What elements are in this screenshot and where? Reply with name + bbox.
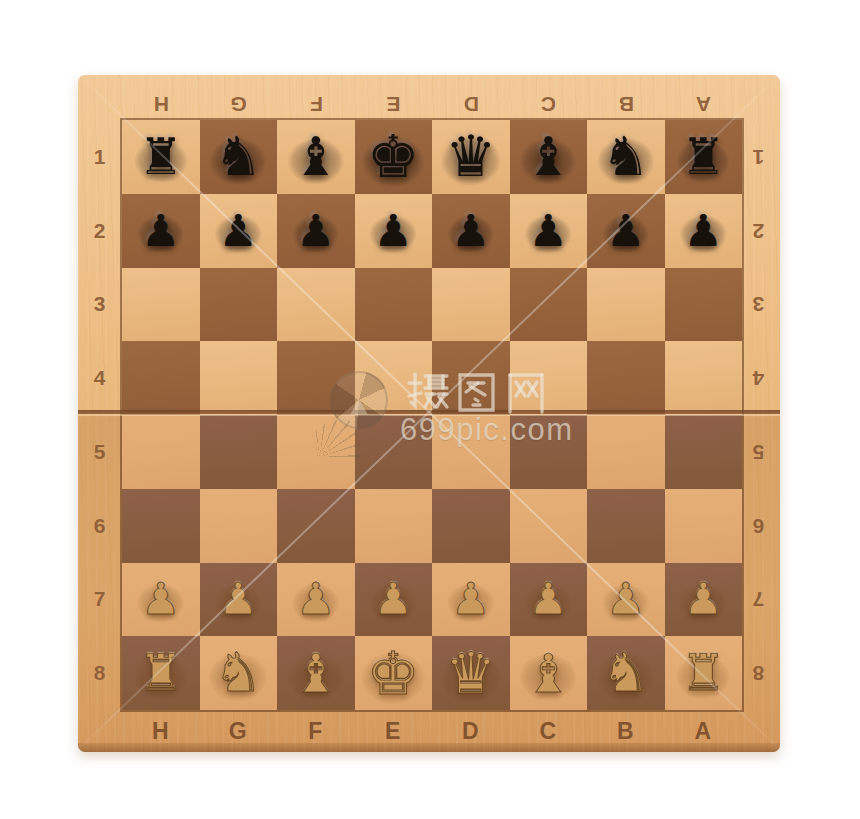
square-a1[interactable]: ♜: [665, 120, 743, 194]
file-label-bottom-b: B: [617, 718, 635, 745]
white-bishop[interactable]: ♝: [292, 647, 340, 700]
file-label-bottom-h: H: [152, 718, 170, 745]
black-bishop[interactable]: ♝: [524, 130, 572, 183]
rank-label-left-1: 1: [94, 145, 107, 169]
white-pawn[interactable]: ♟: [141, 577, 180, 621]
square-g6[interactable]: [200, 489, 278, 563]
black-pawn[interactable]: ♟: [141, 209, 180, 253]
square-b3[interactable]: [587, 268, 665, 342]
file-label-bottom-d: D: [462, 718, 480, 745]
white-king[interactable]: ♚: [367, 644, 420, 703]
file-label-bottom-c: C: [539, 718, 557, 745]
file-label-bottom-f: F: [308, 718, 323, 745]
square-e7[interactable]: ♟: [355, 563, 433, 637]
square-a3[interactable]: [665, 268, 743, 342]
white-knight[interactable]: ♞: [602, 646, 650, 700]
square-d7[interactable]: ♟: [432, 563, 510, 637]
square-c7[interactable]: ♟: [510, 563, 588, 637]
rank-label-left-5: 5: [94, 440, 107, 464]
rank-label-left-7: 7: [94, 587, 107, 611]
square-h8[interactable]: ♜: [122, 636, 200, 710]
square-c8[interactable]: ♝: [510, 636, 588, 710]
square-b1[interactable]: ♞: [587, 120, 665, 194]
square-g8[interactable]: ♞: [200, 636, 278, 710]
square-e5[interactable]: [355, 415, 433, 489]
black-pawn[interactable]: ♟: [606, 209, 645, 253]
square-e6[interactable]: [355, 489, 433, 563]
board-bottom-edge: [78, 743, 780, 752]
square-d3[interactable]: [432, 268, 510, 342]
square-e1[interactable]: ♚: [355, 120, 433, 194]
square-b8[interactable]: ♞: [587, 636, 665, 710]
square-f2[interactable]: ♟: [277, 194, 355, 268]
square-g1[interactable]: ♞: [200, 120, 278, 194]
white-bishop[interactable]: ♝: [524, 647, 572, 700]
rank-label-left-2: 2: [94, 219, 107, 243]
square-d4[interactable]: [432, 341, 510, 415]
scene: ♜♞♝♚♛♝♞♜♟♟♟♟♟♟♟♟♟♟♟♟♟♟♟♟♜♞♝♚♛♝♞♜ HGFEDCB…: [0, 0, 860, 819]
square-a5[interactable]: [665, 415, 743, 489]
square-e2[interactable]: ♟: [355, 194, 433, 268]
square-f4[interactable]: [277, 341, 355, 415]
square-h6[interactable]: [122, 489, 200, 563]
file-label-top-b: B: [618, 92, 634, 116]
square-f7[interactable]: ♟: [277, 563, 355, 637]
square-f8[interactable]: ♝: [277, 636, 355, 710]
black-pawn[interactable]: ♟: [296, 209, 335, 253]
rank-label-left-4: 4: [94, 366, 107, 390]
rank-label-left-3: 3: [94, 292, 107, 316]
square-a6[interactable]: [665, 489, 743, 563]
file-label-top-c: C: [540, 92, 556, 116]
black-rook[interactable]: ♜: [681, 132, 726, 182]
square-h5[interactable]: [122, 415, 200, 489]
rank-label-left-8: 8: [94, 661, 107, 685]
square-e3[interactable]: [355, 268, 433, 342]
square-h3[interactable]: [122, 268, 200, 342]
square-g5[interactable]: [200, 415, 278, 489]
black-knight[interactable]: ♞: [214, 130, 262, 184]
black-king[interactable]: ♚: [367, 127, 420, 186]
square-d8[interactable]: ♛: [432, 636, 510, 710]
square-f6[interactable]: [277, 489, 355, 563]
rank-label-right-1: 1: [752, 145, 765, 169]
white-pawn[interactable]: ♟: [374, 577, 413, 621]
square-f1[interactable]: ♝: [277, 120, 355, 194]
white-pawn[interactable]: ♟: [529, 577, 568, 621]
file-label-top-a: A: [695, 92, 711, 116]
square-a8[interactable]: ♜: [665, 636, 743, 710]
file-label-top-g: G: [230, 92, 247, 116]
file-label-top-f: F: [309, 92, 323, 116]
white-pawn[interactable]: ♟: [219, 577, 258, 621]
rank-label-right-7: 7: [752, 587, 765, 611]
square-a7[interactable]: ♟: [665, 563, 743, 637]
black-queen[interactable]: ♛: [445, 128, 496, 185]
white-knight[interactable]: ♞: [214, 646, 262, 700]
file-label-top-d: D: [463, 92, 479, 116]
white-pawn[interactable]: ♟: [684, 577, 723, 621]
file-label-top-h: H: [153, 92, 169, 116]
file-label-bottom-a: A: [694, 718, 712, 745]
rank-label-right-4: 4: [752, 366, 765, 390]
square-c1[interactable]: ♝: [510, 120, 588, 194]
square-h7[interactable]: ♟: [122, 563, 200, 637]
file-label-bottom-g: G: [229, 718, 248, 745]
rank-label-right-8: 8: [752, 661, 765, 685]
square-b6[interactable]: [587, 489, 665, 563]
square-e8[interactable]: ♚: [355, 636, 433, 710]
square-c4[interactable]: [510, 341, 588, 415]
square-c5[interactable]: [510, 415, 588, 489]
square-b5[interactable]: [587, 415, 665, 489]
square-h4[interactable]: [122, 341, 200, 415]
black-knight[interactable]: ♞: [602, 130, 650, 184]
rank-label-right-5: 5: [752, 440, 765, 464]
square-g7[interactable]: ♟: [200, 563, 278, 637]
square-g3[interactable]: [200, 268, 278, 342]
square-h2[interactable]: ♟: [122, 194, 200, 268]
square-d1[interactable]: ♛: [432, 120, 510, 194]
square-b4[interactable]: [587, 341, 665, 415]
square-g4[interactable]: [200, 341, 278, 415]
black-pawn[interactable]: ♟: [451, 209, 490, 253]
square-d6[interactable]: [432, 489, 510, 563]
rank-label-right-6: 6: [752, 514, 765, 538]
rank-label-right-2: 2: [752, 219, 765, 243]
rank-label-left-6: 6: [94, 514, 107, 538]
square-a4[interactable]: [665, 341, 743, 415]
black-bishop[interactable]: ♝: [292, 130, 340, 183]
white-pawn[interactable]: ♟: [296, 577, 335, 621]
square-a2[interactable]: ♟: [665, 194, 743, 268]
square-c3[interactable]: [510, 268, 588, 342]
square-f5[interactable]: [277, 415, 355, 489]
white-queen[interactable]: ♛: [445, 645, 496, 702]
chess-board: ♜♞♝♚♛♝♞♜♟♟♟♟♟♟♟♟♟♟♟♟♟♟♟♟♜♞♝♚♛♝♞♜ HGFEDCB…: [78, 75, 780, 752]
black-pawn[interactable]: ♟: [529, 209, 568, 253]
white-pawn[interactable]: ♟: [451, 577, 490, 621]
file-label-top-e: E: [386, 92, 401, 116]
rank-label-right-3: 3: [752, 292, 765, 316]
square-h1[interactable]: ♜: [122, 120, 200, 194]
black-pawn[interactable]: ♟: [374, 209, 413, 253]
black-pawn[interactable]: ♟: [684, 209, 723, 253]
file-label-bottom-e: E: [385, 718, 401, 745]
square-b2[interactable]: ♟: [587, 194, 665, 268]
square-d2[interactable]: ♟: [432, 194, 510, 268]
square-c2[interactable]: ♟: [510, 194, 588, 268]
